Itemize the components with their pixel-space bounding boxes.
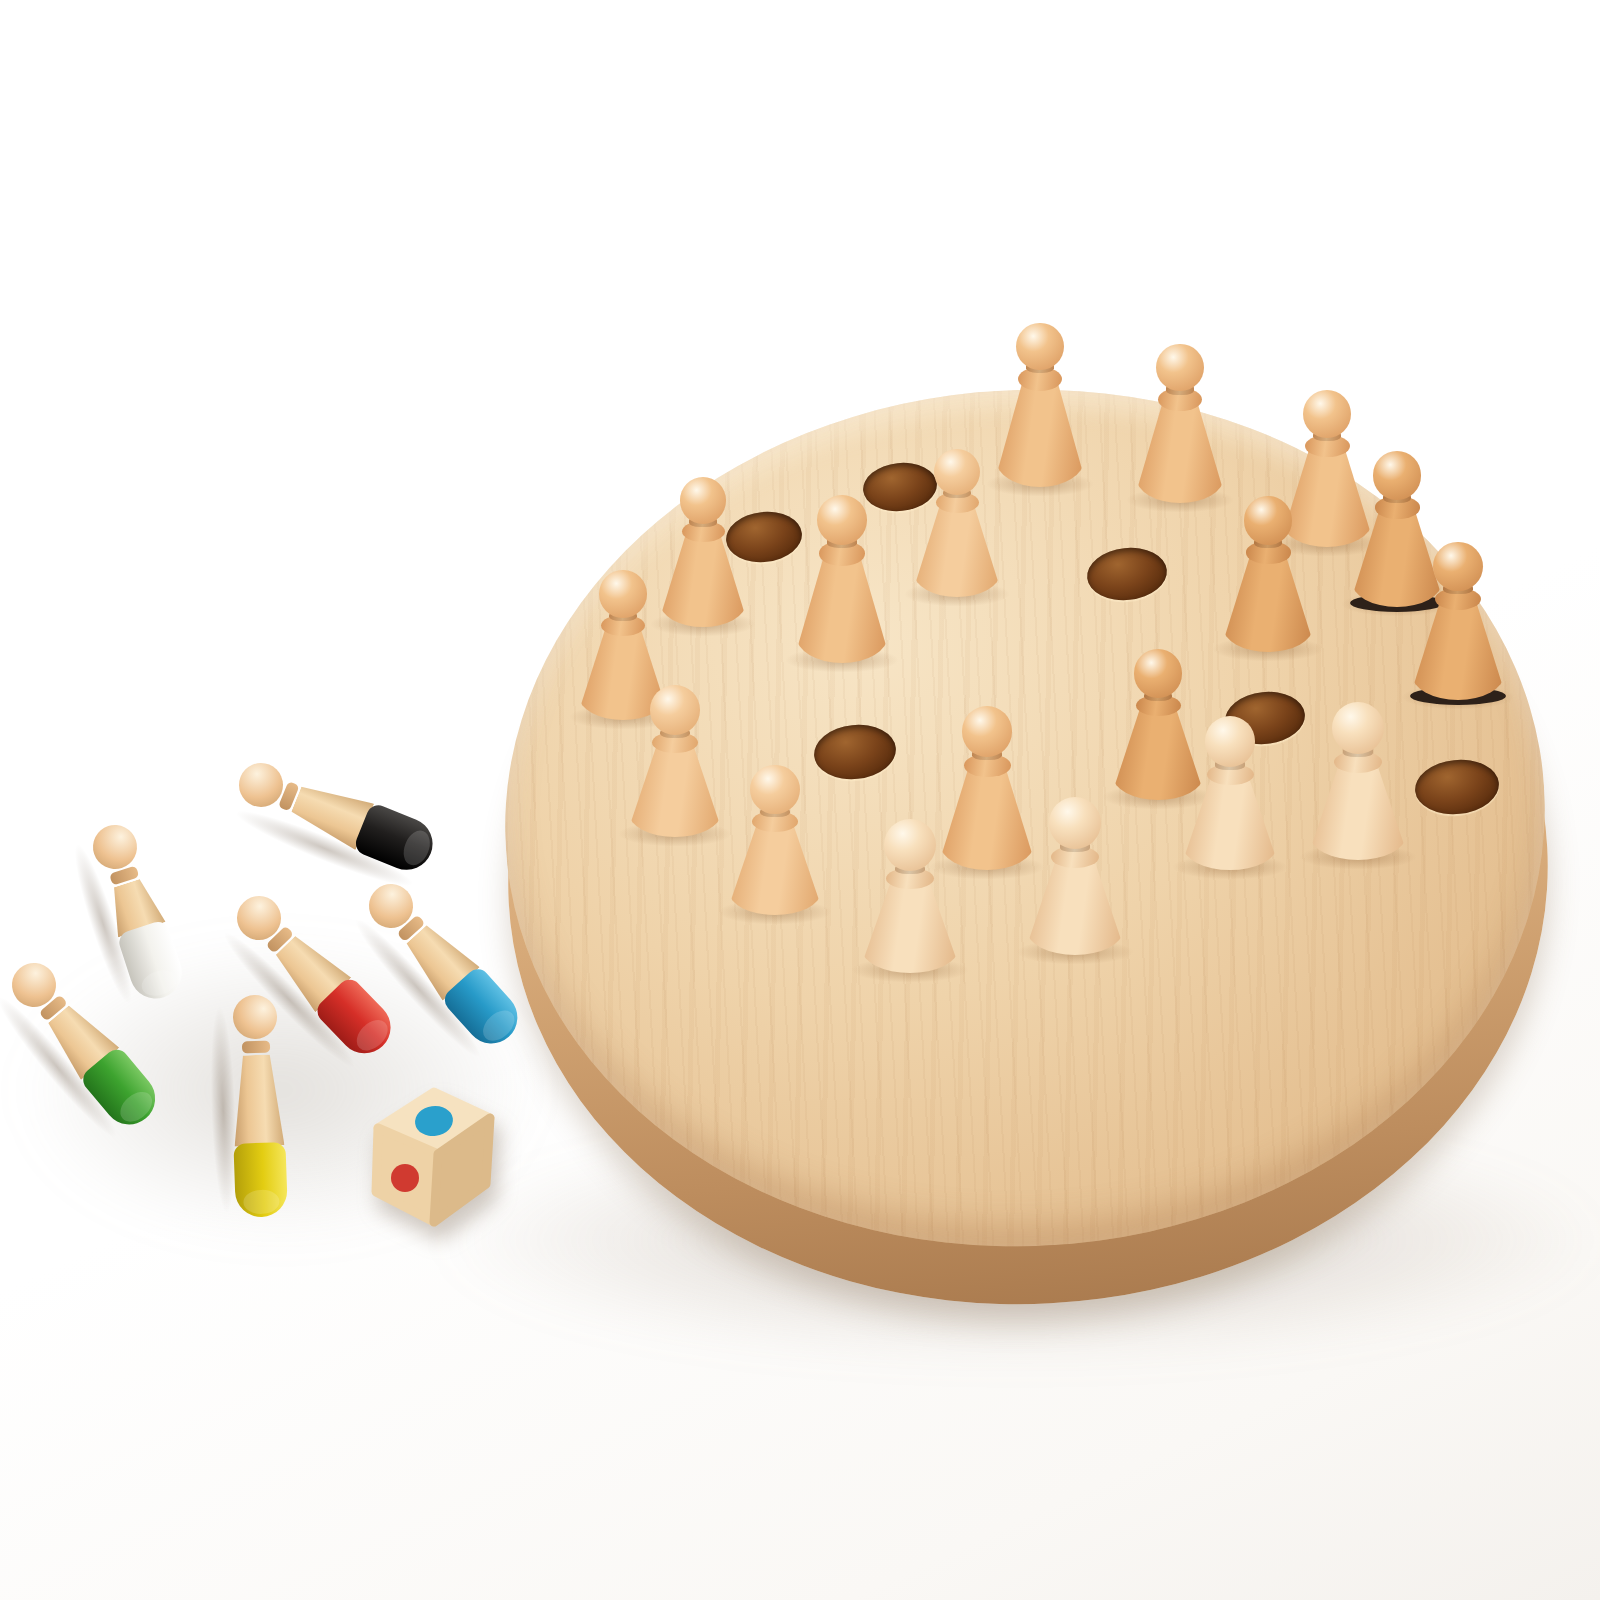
product-photo-scene: [0, 0, 1600, 1600]
peg-head: [962, 706, 1013, 757]
peg-body: [796, 557, 888, 663]
die-red-dot: [391, 1164, 419, 1192]
peg-head: [1156, 344, 1204, 392]
loose-peg-neck: [242, 1040, 270, 1053]
peg-head: [817, 495, 867, 545]
peg-head: [934, 449, 980, 495]
board-peg-r5c1[interactable]: [729, 767, 821, 915]
loose-peg-black[interactable]: [230, 750, 442, 881]
peg-head: [1205, 716, 1256, 767]
board-peg-r5c4[interactable]: [1183, 718, 1277, 870]
peg-head: [599, 570, 647, 618]
peg-body: [914, 506, 1000, 598]
board-peg-r5c2[interactable]: [862, 823, 958, 973]
loose-peg-head: [232, 994, 278, 1040]
peg-body: [1027, 860, 1123, 955]
board-peg-r5c3[interactable]: [1027, 799, 1123, 955]
peg-head: [1332, 702, 1384, 754]
peg-head: [1134, 649, 1183, 698]
board-peg-r3c2[interactable]: [796, 489, 888, 663]
peg-body: [1412, 602, 1504, 700]
peg-body: [729, 825, 821, 915]
peg-head: [1244, 496, 1293, 545]
peg-body: [629, 746, 721, 838]
peg-body: [1183, 777, 1277, 870]
peg-body: [1223, 556, 1313, 652]
board-peg-r4c2[interactable]: [629, 687, 721, 837]
peg-head: [1016, 323, 1064, 371]
board-peg-r2c2[interactable]: [914, 447, 1000, 597]
peg-head: [650, 685, 700, 735]
board-peg-r4c5[interactable]: [1310, 704, 1406, 860]
loose-peg-yellow[interactable]: [225, 994, 291, 1218]
board-peg-r2c4[interactable]: [1223, 494, 1313, 652]
peg-body: [996, 382, 1084, 487]
peg-head: [750, 765, 800, 815]
peg-head: [1433, 542, 1483, 592]
peg-body: [660, 534, 746, 627]
peg-body: [862, 882, 958, 974]
loose-peg-white[interactable]: [81, 817, 192, 1006]
peg-body: [1310, 765, 1406, 860]
peg-body: [1136, 403, 1224, 503]
loose-peg-body: [227, 1054, 288, 1147]
loose-peg-color-tip-yellow: [233, 1142, 288, 1218]
peg-head: [1049, 797, 1101, 849]
peg-head: [1303, 390, 1352, 439]
peg-head: [1373, 451, 1422, 500]
peg-head: [884, 819, 936, 871]
peg-head: [680, 477, 726, 523]
board-peg-r2c5[interactable]: [1412, 540, 1504, 700]
board-peg-r1c3[interactable]: [1136, 339, 1224, 503]
color-die[interactable]: [356, 1066, 506, 1236]
board-peg-r3c1[interactable]: [660, 475, 746, 627]
board-peg-r1c2[interactable]: [996, 315, 1084, 487]
